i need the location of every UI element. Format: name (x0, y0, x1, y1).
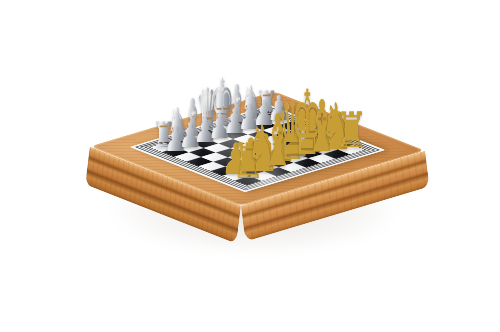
chess-set-photo: ♜♞♝♛♚♝♞♜♟♟♟♟♟♟♟♟♟♟♟♟♟♟♟♟♜♞♝♛♚♝♞♜ (0, 0, 500, 332)
